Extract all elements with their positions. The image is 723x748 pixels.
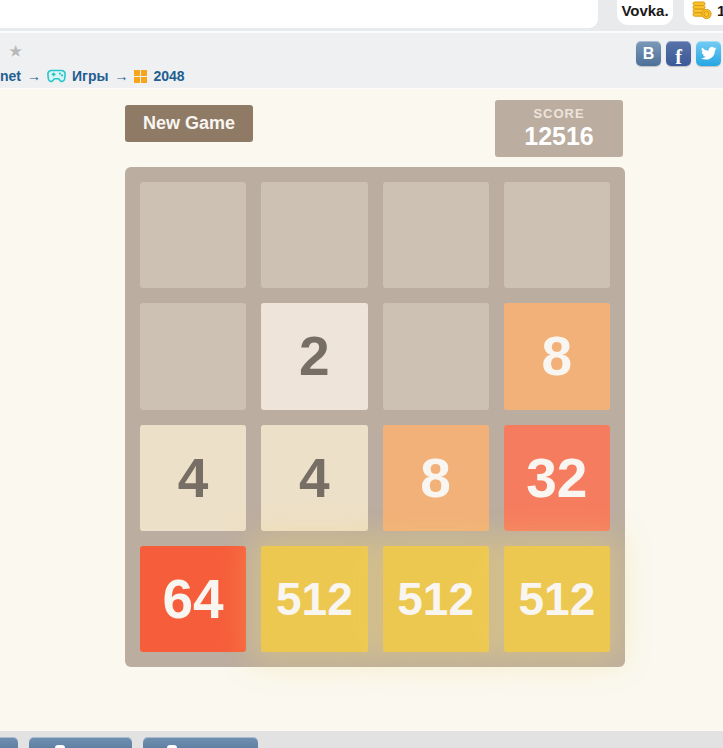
board-cell: 2 [261,303,367,409]
tile-512: 512 [383,546,489,652]
breadcrumb-arrow: → [27,68,41,84]
user-name: Vovka. [621,2,668,19]
tile-2: 2 [261,303,367,409]
tile-8: 8 [504,303,610,409]
game-area: New Game SCORE 12516 284483264512512512 [0,89,723,731]
empty-cell [383,303,489,409]
empty-cell [504,182,610,288]
bottom-bar [0,731,723,748]
coin-stack-icon [691,0,715,21]
coins-pill[interactable]: 17 [684,0,723,25]
bottom-button-1[interactable] [0,737,18,748]
board-cell: 32 [504,425,610,531]
breadcrumb-2048-link[interactable]: 2048 [153,68,184,84]
tile-64: 64 [140,546,246,652]
score-box: SCORE 12516 [495,100,623,157]
tile-512: 512 [504,546,610,652]
coins-count: 17 [717,2,723,21]
breadcrumb: net → Игры → 2048 [0,67,185,85]
board-grid: 284483264512512512 [125,167,625,667]
vk-share-icon[interactable]: B [636,41,661,66]
tile-512: 512 [261,546,367,652]
board-cell: 512 [383,546,489,652]
tile-32: 32 [504,425,610,531]
board-cell: 8 [383,425,489,531]
board-cell: 4 [140,425,246,531]
empty-cell [140,303,246,409]
top-bar: Vovka. 17 [0,0,723,31]
tile-8: 8 [383,425,489,531]
gamepad-icon [47,69,66,83]
social-buttons: B f [636,41,721,66]
sub-bar: ★ net → Игры → 2048 B [0,31,723,89]
tile-4: 4 [261,425,367,531]
empty-cell [261,182,367,288]
twitter-bird-icon [700,45,717,62]
game-2048-icon [134,70,147,83]
score-label: SCORE [533,106,584,121]
board-cell: 512 [261,546,367,652]
score-value: 12516 [524,122,594,151]
bottom-button-3[interactable] [143,737,258,748]
search-input[interactable] [0,0,598,28]
facebook-share-icon[interactable]: f [666,41,691,66]
empty-cell [383,182,489,288]
tile-4: 4 [140,425,246,531]
empty-cell [140,182,246,288]
board-cell: 4 [261,425,367,531]
breadcrumb-games-link[interactable]: Игры [72,68,108,84]
breadcrumb-site-link[interactable]: net [0,68,21,84]
twitter-share-icon[interactable] [696,41,721,66]
board-cell: 8 [504,303,610,409]
new-game-button[interactable]: New Game [125,105,253,142]
breadcrumb-arrow: → [114,68,128,84]
favorite-star-icon[interactable]: ★ [8,41,23,62]
page: Vovka. 17 ★ net → [0,0,723,748]
user-pill[interactable]: Vovka. [617,0,673,25]
board-cell: 64 [140,546,246,652]
board-cell: 512 [504,546,610,652]
bottom-button-2[interactable] [29,737,132,748]
